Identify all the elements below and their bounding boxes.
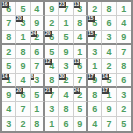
cage-sum-badge: 8 bbox=[31, 74, 35, 80]
sudoku-cell[interactable]: 5 bbox=[2, 59, 16, 73]
sudoku-cell[interactable]: 8 bbox=[45, 74, 59, 88]
sudoku-cell[interactable]: 917 bbox=[88, 74, 102, 88]
cell-value: 1 bbox=[121, 5, 126, 14]
cell-value: 1 bbox=[20, 33, 25, 42]
cell-value: 3 bbox=[106, 33, 111, 42]
sudoku-cell[interactable]: 9 bbox=[59, 45, 73, 59]
cell-value: 1 bbox=[63, 19, 68, 28]
sudoku-cell[interactable]: 1 bbox=[16, 31, 30, 45]
sudoku-cell[interactable]: 1 bbox=[88, 59, 102, 73]
sudoku-cell[interactable]: 117 bbox=[102, 88, 116, 102]
sudoku-cell[interactable]: 4 bbox=[88, 117, 102, 131]
cage-sum-badge: 20 bbox=[45, 31, 52, 37]
cell-value: 6 bbox=[63, 120, 68, 129]
sudoku-cell[interactable]: 230 bbox=[59, 74, 73, 88]
cell-value: 4 bbox=[34, 5, 39, 14]
sudoku-cell[interactable]: 715 bbox=[88, 31, 102, 45]
cell-value: 4 bbox=[92, 120, 97, 129]
cell-value: 5 bbox=[77, 105, 82, 114]
cell-value: 4 bbox=[106, 48, 111, 57]
cell-value: 9 bbox=[121, 33, 126, 42]
cell-value: 8 bbox=[106, 5, 111, 14]
cage-sum-badge: 21 bbox=[45, 88, 52, 94]
cell-value: 7 bbox=[20, 105, 25, 114]
sudoku-cell[interactable]: 1 bbox=[31, 102, 45, 116]
cell-value: 2 bbox=[49, 19, 54, 28]
sudoku-cell[interactable]: 5 bbox=[117, 117, 131, 131]
sudoku-cell[interactable]: 1 bbox=[117, 2, 131, 16]
cell-value: 9 bbox=[77, 120, 82, 129]
sudoku-cell[interactable]: 5 bbox=[74, 102, 88, 116]
sudoku-cell[interactable]: 4 bbox=[74, 31, 88, 45]
cell-value: 9 bbox=[63, 48, 68, 57]
cell-value: 8 bbox=[6, 33, 11, 42]
sudoku-cell[interactable]: 1 bbox=[59, 16, 73, 30]
sudoku-cell[interactable]: 9 bbox=[16, 59, 30, 73]
cage-sum-badge: 12 bbox=[45, 59, 52, 65]
sudoku-cell[interactable]: 616 bbox=[2, 2, 16, 16]
sudoku-cell[interactable]: 515 bbox=[88, 16, 102, 30]
sudoku-cell[interactable]: 8 bbox=[16, 45, 30, 59]
cage-sum-badge: 24 bbox=[74, 88, 81, 94]
sudoku-cell[interactable]: 9 bbox=[117, 31, 131, 45]
cell-value: 1 bbox=[77, 48, 82, 57]
sudoku-cell[interactable]: 412 bbox=[45, 59, 59, 73]
sudoku-cell[interactable]: 3 bbox=[2, 117, 16, 131]
sudoku-cell[interactable]: 4 bbox=[117, 16, 131, 30]
cell-value: 8 bbox=[92, 91, 97, 100]
cell-value: 5 bbox=[49, 48, 54, 57]
sudoku-cell[interactable]: 8 bbox=[102, 2, 116, 16]
sudoku-cell[interactable]: 6 bbox=[88, 102, 102, 116]
sudoku-cell[interactable]: 9 bbox=[45, 2, 59, 16]
sudoku-cell[interactable]: 3 bbox=[117, 88, 131, 102]
cell-value: 5 bbox=[6, 62, 11, 71]
sudoku-cell[interactable]: 5 bbox=[31, 88, 45, 102]
cage-sum-badge: 24 bbox=[31, 31, 38, 37]
cage-sum-badge: 15 bbox=[88, 16, 95, 22]
sudoku-cell[interactable]: 9 bbox=[2, 88, 16, 102]
sudoku-cell[interactable]: 2 bbox=[117, 102, 131, 116]
sudoku-cell[interactable]: 6 bbox=[102, 16, 116, 30]
sudoku-cell[interactable]: 9 bbox=[102, 102, 116, 116]
sudoku-cell[interactable]: 6 bbox=[59, 117, 73, 131]
cell-value: 3 bbox=[121, 91, 126, 100]
sudoku-cell[interactable]: 620 bbox=[16, 88, 30, 102]
cell-value: 4 bbox=[63, 91, 68, 100]
cell-value: 2 bbox=[121, 105, 126, 114]
cage-sum-badge: 14 bbox=[2, 74, 9, 80]
cell-value: 4 bbox=[20, 76, 25, 85]
cell-value: 2 bbox=[6, 48, 11, 57]
sudoku-cell[interactable]: 620 bbox=[45, 31, 59, 45]
sudoku-cell[interactable]: 114 bbox=[2, 74, 16, 88]
cell-value: 4 bbox=[121, 19, 126, 28]
sudoku-cell[interactable]: 7 bbox=[102, 117, 116, 131]
sudoku-cell[interactable]: 5 bbox=[16, 2, 30, 16]
sudoku-board: 6165497233132817320921851564812246205471… bbox=[0, 0, 133, 133]
sudoku-cell[interactable]: 7 bbox=[16, 102, 30, 116]
sudoku-cell[interactable]: 224 bbox=[74, 88, 88, 102]
cell-value: 2 bbox=[20, 120, 25, 129]
sudoku-cell[interactable]: 1 bbox=[45, 117, 59, 131]
cell-value: 1 bbox=[34, 105, 39, 114]
sudoku-cell[interactable]: 6 bbox=[31, 45, 45, 59]
sudoku-cell[interactable]: 2 bbox=[102, 59, 116, 73]
sudoku-cell[interactable]: 8 bbox=[2, 31, 16, 45]
cage-sum-badge: 17 bbox=[88, 74, 95, 80]
sudoku-cell[interactable]: 7 bbox=[117, 45, 131, 59]
sudoku-cell[interactable]: 2 bbox=[2, 45, 16, 59]
sudoku-cell[interactable]: 2 bbox=[45, 16, 59, 30]
cell-value: 8 bbox=[34, 120, 39, 129]
cell-value: 9 bbox=[106, 105, 111, 114]
sudoku-cell[interactable]: 8 bbox=[74, 16, 88, 30]
sudoku-cell[interactable]: 7 bbox=[74, 74, 88, 88]
sudoku-cell[interactable]: 7 bbox=[2, 16, 16, 30]
sudoku-cell[interactable]: 8 bbox=[31, 117, 45, 131]
sudoku-cell[interactable]: 2 bbox=[88, 2, 102, 16]
cell-value: 7 bbox=[77, 76, 82, 85]
cell-value: 6 bbox=[92, 105, 97, 114]
sudoku-cell[interactable]: 7 bbox=[31, 59, 45, 73]
sudoku-cell[interactable]: 2 bbox=[16, 117, 30, 131]
sudoku-cell[interactable]: 313 bbox=[74, 2, 88, 16]
sudoku-cell[interactable]: 4 bbox=[2, 102, 16, 116]
sudoku-cell[interactable]: 8 bbox=[117, 59, 131, 73]
cell-value: 1 bbox=[49, 120, 54, 129]
sudoku-cell[interactable]: 723 bbox=[59, 2, 73, 16]
cell-value: 6 bbox=[106, 19, 111, 28]
cell-value: 3 bbox=[63, 62, 68, 71]
sudoku-cell[interactable]: 38 bbox=[31, 74, 45, 88]
cell-value: 4 bbox=[77, 33, 82, 42]
sudoku-cell[interactable]: 4 bbox=[59, 88, 73, 102]
cage-sum-badge: 16 bbox=[2, 2, 9, 8]
sudoku-cell[interactable]: 3 bbox=[59, 59, 73, 73]
cell-value: 3 bbox=[92, 48, 97, 57]
sudoku-cell[interactable]: 9 bbox=[31, 16, 45, 30]
cage-sum-badge: 30 bbox=[59, 74, 66, 80]
sudoku-cell[interactable]: 6 bbox=[117, 74, 131, 88]
cell-value: 8 bbox=[49, 76, 54, 85]
cell-value: 3 bbox=[34, 76, 39, 85]
sudoku-cell[interactable]: 9 bbox=[74, 117, 88, 131]
sudoku-cell[interactable]: 3 bbox=[88, 45, 102, 59]
cage-sum-badge: 15 bbox=[88, 31, 95, 37]
cell-value: 7 bbox=[6, 19, 11, 28]
cell-value: 9 bbox=[49, 5, 54, 14]
cell-value: 2 bbox=[106, 62, 111, 71]
cell-value: 7 bbox=[34, 62, 39, 71]
sudoku-cell[interactable]: 320 bbox=[16, 16, 30, 30]
cage-sum-badge: 20 bbox=[16, 16, 23, 22]
cage-sum-badge: 17 bbox=[102, 88, 109, 94]
sudoku-cell[interactable]: 613 bbox=[74, 59, 88, 73]
cage-sum-badge: 23 bbox=[59, 2, 66, 8]
cell-value: 8 bbox=[77, 19, 82, 28]
sudoku-cell[interactable]: 8 bbox=[59, 102, 73, 116]
cage-sum-badge: 14 bbox=[102, 74, 109, 80]
cell-value: 5 bbox=[20, 5, 25, 14]
sudoku-cell[interactable]: 4 bbox=[102, 45, 116, 59]
sudoku-cell[interactable]: 3 bbox=[45, 102, 59, 116]
sudoku-cell[interactable]: 5 bbox=[59, 31, 73, 45]
cell-value: 8 bbox=[63, 105, 68, 114]
sudoku-cell[interactable]: 5 bbox=[45, 45, 59, 59]
sudoku-cell[interactable]: 8 bbox=[88, 88, 102, 102]
cell-value: 6 bbox=[34, 48, 39, 57]
cell-value: 5 bbox=[34, 91, 39, 100]
sudoku-cell[interactable]: 3 bbox=[102, 31, 116, 45]
cell-value: 5 bbox=[63, 33, 68, 42]
sudoku-cell[interactable]: 721 bbox=[45, 88, 59, 102]
cell-value: 9 bbox=[34, 19, 39, 28]
sudoku-cell[interactable]: 4 bbox=[31, 2, 45, 16]
sudoku-cell[interactable]: 224 bbox=[31, 31, 45, 45]
cell-value: 9 bbox=[20, 62, 25, 71]
cell-value: 9 bbox=[6, 91, 11, 100]
cell-value: 8 bbox=[121, 62, 126, 71]
cell-value: 7 bbox=[121, 48, 126, 57]
sudoku-cell[interactable]: 514 bbox=[102, 74, 116, 88]
cell-value: 2 bbox=[92, 5, 97, 14]
sudoku-cell[interactable]: 4 bbox=[16, 74, 30, 88]
cage-sum-badge: 13 bbox=[74, 59, 81, 65]
cell-value: 4 bbox=[6, 105, 11, 114]
cell-value: 5 bbox=[121, 120, 126, 129]
cell-value: 3 bbox=[6, 120, 11, 129]
sudoku-cell[interactable]: 1 bbox=[74, 45, 88, 59]
cell-value: 3 bbox=[49, 105, 54, 114]
cage-sum-badge: 13 bbox=[74, 2, 81, 8]
cage-sum-badge: 20 bbox=[16, 88, 23, 94]
cell-value: 1 bbox=[92, 62, 97, 71]
cell-value: 6 bbox=[121, 76, 126, 85]
cell-value: 7 bbox=[106, 120, 111, 129]
cell-value: 8 bbox=[20, 48, 25, 57]
